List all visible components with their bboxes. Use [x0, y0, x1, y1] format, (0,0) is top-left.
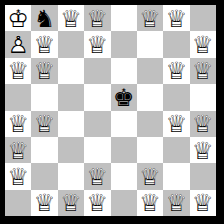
square-f4[interactable] [137, 111, 163, 137]
square-a4[interactable]: ♛♕ [5, 111, 31, 137]
square-a8[interactable]: ♚♔ [5, 5, 31, 31]
square-f2[interactable]: ♛♕ [137, 163, 163, 189]
square-b8[interactable]: ♞ [31, 5, 57, 31]
square-e2[interactable] [111, 163, 137, 189]
piece-outline-glyph: ♕ [163, 190, 189, 216]
square-g8[interactable]: ♛♕ [163, 5, 189, 31]
square-b1[interactable]: ♛♕ [31, 190, 57, 216]
square-e8[interactable] [111, 5, 137, 31]
piece-outline-glyph: ♕ [190, 111, 216, 137]
chess-board: ♚♔♞♛♕♛♕♛♕♛♕♟♙♛♕♛♕♛♕♛♕♛♕♛♕♛♕♚♛♕♛♕♛♕♛♕♛♕♛♕… [5, 5, 216, 216]
square-f8[interactable]: ♛♕ [137, 5, 163, 31]
white-queen-d2: ♛♕ [84, 163, 110, 189]
white-queen-b1: ♛♕ [31, 190, 57, 216]
square-b7[interactable]: ♛♕ [31, 31, 57, 57]
black-king-e5: ♚ [111, 84, 137, 110]
white-queen-h7: ♛♕ [190, 31, 216, 57]
white-queen-h6: ♛♕ [190, 58, 216, 84]
square-h4[interactable]: ♛♕ [190, 111, 216, 137]
square-g3[interactable] [163, 137, 189, 163]
white-queen-h4: ♛♕ [190, 111, 216, 137]
white-queen-c8: ♛♕ [58, 5, 84, 31]
piece-outline-glyph: ♕ [163, 5, 189, 31]
white-queen-a2: ♛♕ [5, 163, 31, 189]
white-queen-b4: ♛♕ [31, 111, 57, 137]
black-knight-b8: ♞ [31, 5, 57, 31]
square-e1[interactable] [111, 190, 137, 216]
piece-outline-glyph: ♕ [5, 163, 31, 189]
square-c3[interactable] [58, 137, 84, 163]
white-queen-h3: ♛♕ [190, 137, 216, 163]
white-queen-b7: ♛♕ [31, 31, 57, 57]
square-g5[interactable] [163, 84, 189, 110]
white-queen-a4: ♛♕ [5, 111, 31, 137]
square-h5[interactable] [190, 84, 216, 110]
square-f7[interactable] [137, 31, 163, 57]
piece-outline-glyph: ♕ [31, 58, 57, 84]
square-d8[interactable]: ♛♕ [84, 5, 110, 31]
square-d5[interactable] [84, 84, 110, 110]
square-d2[interactable]: ♛♕ [84, 163, 110, 189]
square-f3[interactable] [137, 137, 163, 163]
square-a6[interactable]: ♛♕ [5, 58, 31, 84]
square-b5[interactable] [31, 84, 57, 110]
square-b2[interactable] [31, 163, 57, 189]
piece-outline-glyph: ♕ [58, 5, 84, 31]
square-g4[interactable]: ♛♕ [163, 111, 189, 137]
piece-outline-glyph: ♕ [5, 58, 31, 84]
square-g7[interactable] [163, 31, 189, 57]
square-h8[interactable] [190, 5, 216, 31]
piece-outline-glyph: ♕ [31, 31, 57, 57]
piece-outline-glyph: ♕ [84, 190, 110, 216]
square-g6[interactable]: ♛♕ [163, 58, 189, 84]
white-queen-f2: ♛♕ [137, 163, 163, 189]
piece-outline-glyph: ♕ [5, 111, 31, 137]
piece-outline-glyph: ♕ [190, 31, 216, 57]
board-frame: ♚♔♞♛♕♛♕♛♕♛♕♟♙♛♕♛♕♛♕♛♕♛♕♛♕♛♕♚♛♕♛♕♛♕♛♕♛♕♛♕… [0, 0, 224, 224]
square-h3[interactable]: ♛♕ [190, 137, 216, 163]
piece-outline-glyph: ♕ [58, 190, 84, 216]
piece-outline-glyph: ♕ [84, 31, 110, 57]
square-a7[interactable]: ♟♙ [5, 31, 31, 57]
square-b3[interactable] [31, 137, 57, 163]
square-f5[interactable] [137, 84, 163, 110]
white-queen-b6: ♛♕ [31, 58, 57, 84]
piece-outline-glyph: ♕ [31, 190, 57, 216]
square-e5[interactable]: ♚ [111, 84, 137, 110]
square-d7[interactable]: ♛♕ [84, 31, 110, 57]
square-h2[interactable] [190, 163, 216, 189]
white-queen-g1: ♛♕ [163, 190, 189, 216]
white-queen-f1: ♛♕ [137, 190, 163, 216]
white-queen-a6: ♛♕ [5, 58, 31, 84]
white-queen-g8: ♛♕ [163, 5, 189, 31]
square-a1[interactable] [5, 190, 31, 216]
piece-fill-glyph: ♞ [31, 5, 57, 31]
piece-outline-glyph: ♔ [5, 5, 31, 31]
square-c1[interactable]: ♛♕ [58, 190, 84, 216]
square-e3[interactable] [111, 137, 137, 163]
piece-outline-glyph: ♕ [190, 190, 216, 216]
square-e4[interactable] [111, 111, 137, 137]
square-h6[interactable]: ♛♕ [190, 58, 216, 84]
piece-outline-glyph: ♕ [190, 58, 216, 84]
white-queen-g4: ♛♕ [163, 111, 189, 137]
piece-outline-glyph: ♕ [137, 190, 163, 216]
piece-outline-glyph: ♕ [190, 137, 216, 163]
square-d4[interactable] [84, 111, 110, 137]
piece-outline-glyph: ♕ [137, 163, 163, 189]
piece-outline-glyph: ♙ [5, 31, 31, 57]
square-h1[interactable]: ♛♕ [190, 190, 216, 216]
square-c5[interactable] [58, 84, 84, 110]
white-queen-c1: ♛♕ [58, 190, 84, 216]
square-c2[interactable] [58, 163, 84, 189]
square-c8[interactable]: ♛♕ [58, 5, 84, 31]
white-queen-d7: ♛♕ [84, 31, 110, 57]
square-a5[interactable] [5, 84, 31, 110]
white-queen-f8: ♛♕ [137, 5, 163, 31]
piece-outline-glyph: ♕ [137, 5, 163, 31]
piece-outline-glyph: ♕ [84, 5, 110, 31]
white-queen-d8: ♛♕ [84, 5, 110, 31]
square-e7[interactable] [111, 31, 137, 57]
piece-fill-glyph: ♚ [111, 84, 137, 110]
square-h7[interactable]: ♛♕ [190, 31, 216, 57]
square-b6[interactable]: ♛♕ [31, 58, 57, 84]
square-g2[interactable] [163, 163, 189, 189]
square-a3[interactable]: ♛♕ [5, 137, 31, 163]
piece-outline-glyph: ♕ [31, 111, 57, 137]
square-c7[interactable] [58, 31, 84, 57]
square-g1[interactable]: ♛♕ [163, 190, 189, 216]
white-queen-a3: ♛♕ [5, 137, 31, 163]
white-queen-g6: ♛♕ [163, 58, 189, 84]
piece-outline-glyph: ♕ [5, 137, 31, 163]
piece-outline-glyph: ♕ [163, 111, 189, 137]
white-queen-d1: ♛♕ [84, 190, 110, 216]
square-d1[interactable]: ♛♕ [84, 190, 110, 216]
piece-outline-glyph: ♕ [163, 58, 189, 84]
white-queen-h1: ♛♕ [190, 190, 216, 216]
square-f1[interactable]: ♛♕ [137, 190, 163, 216]
white-pawn-a7: ♟♙ [5, 31, 31, 57]
square-a2[interactable]: ♛♕ [5, 163, 31, 189]
square-f6[interactable] [137, 58, 163, 84]
square-c4[interactable] [58, 111, 84, 137]
square-b4[interactable]: ♛♕ [31, 111, 57, 137]
square-d3[interactable] [84, 137, 110, 163]
white-king-a8: ♚♔ [5, 5, 31, 31]
square-e6[interactable] [111, 58, 137, 84]
piece-outline-glyph: ♕ [84, 163, 110, 189]
square-d6[interactable] [84, 58, 110, 84]
square-c6[interactable] [58, 58, 84, 84]
